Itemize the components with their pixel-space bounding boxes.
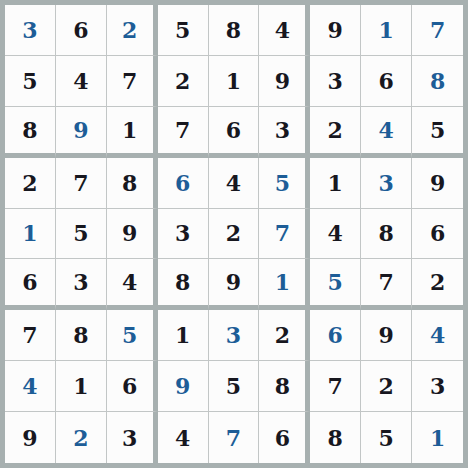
cell-r5c9[interactable]: 6	[412, 209, 463, 260]
cell-r1c9[interactable]: 7	[412, 5, 463, 56]
cell-r6c6[interactable]: 1	[259, 259, 310, 310]
cell-r3c9[interactable]: 5	[412, 107, 463, 158]
cell-r3c7[interactable]: 2	[310, 107, 361, 158]
cell-r8c3[interactable]: 6	[107, 361, 158, 412]
cell-r4c3[interactable]: 8	[107, 158, 158, 209]
sudoku-board: 3625849175472193688917632452786451391593…	[0, 0, 468, 468]
cell-r8c7[interactable]: 7	[310, 361, 361, 412]
cell-r4c7[interactable]: 1	[310, 158, 361, 209]
cell-r4c5[interactable]: 4	[209, 158, 260, 209]
cell-r3c4[interactable]: 7	[158, 107, 209, 158]
cell-r9c8[interactable]: 5	[361, 412, 412, 463]
cell-r5c4[interactable]: 3	[158, 209, 209, 260]
cell-r8c9[interactable]: 3	[412, 361, 463, 412]
cell-r6c4[interactable]: 8	[158, 259, 209, 310]
cell-r5c5[interactable]: 2	[209, 209, 260, 260]
cell-r2c8[interactable]: 6	[361, 56, 412, 107]
cell-r1c7[interactable]: 9	[310, 5, 361, 56]
cell-r9c9[interactable]: 1	[412, 412, 463, 463]
cell-r3c2[interactable]: 9	[56, 107, 107, 158]
cell-r6c8[interactable]: 7	[361, 259, 412, 310]
cell-r2c6[interactable]: 9	[259, 56, 310, 107]
cell-r1c6[interactable]: 4	[259, 5, 310, 56]
cell-r1c4[interactable]: 5	[158, 5, 209, 56]
cell-r6c5[interactable]: 9	[209, 259, 260, 310]
cell-r7c9[interactable]: 4	[412, 310, 463, 361]
cell-r1c5[interactable]: 8	[209, 5, 260, 56]
cell-r5c3[interactable]: 9	[107, 209, 158, 260]
cell-r6c7[interactable]: 5	[310, 259, 361, 310]
cell-r6c2[interactable]: 3	[56, 259, 107, 310]
cell-r6c3[interactable]: 4	[107, 259, 158, 310]
cell-r9c3[interactable]: 3	[107, 412, 158, 463]
cell-r1c2[interactable]: 6	[56, 5, 107, 56]
cell-r2c3[interactable]: 7	[107, 56, 158, 107]
cell-r2c7[interactable]: 3	[310, 56, 361, 107]
cell-r5c2[interactable]: 5	[56, 209, 107, 260]
cell-r9c7[interactable]: 8	[310, 412, 361, 463]
cell-r5c6[interactable]: 7	[259, 209, 310, 260]
cell-r4c1[interactable]: 2	[5, 158, 56, 209]
cell-r7c5[interactable]: 3	[209, 310, 260, 361]
cell-r3c3[interactable]: 1	[107, 107, 158, 158]
cell-r4c9[interactable]: 9	[412, 158, 463, 209]
cell-r2c9[interactable]: 8	[412, 56, 463, 107]
cell-r9c1[interactable]: 9	[5, 412, 56, 463]
cell-r8c1[interactable]: 4	[5, 361, 56, 412]
cell-r8c6[interactable]: 8	[259, 361, 310, 412]
cell-r4c6[interactable]: 5	[259, 158, 310, 209]
cell-r3c1[interactable]: 8	[5, 107, 56, 158]
cell-r7c3[interactable]: 5	[107, 310, 158, 361]
cell-r6c1[interactable]: 6	[5, 259, 56, 310]
cell-r5c8[interactable]: 8	[361, 209, 412, 260]
cell-r2c4[interactable]: 2	[158, 56, 209, 107]
cell-r7c6[interactable]: 2	[259, 310, 310, 361]
cell-r7c1[interactable]: 7	[5, 310, 56, 361]
cell-r7c2[interactable]: 8	[56, 310, 107, 361]
cell-r4c2[interactable]: 7	[56, 158, 107, 209]
cell-r9c4[interactable]: 4	[158, 412, 209, 463]
cell-r6c9[interactable]: 2	[412, 259, 463, 310]
cell-r3c6[interactable]: 3	[259, 107, 310, 158]
cell-r5c1[interactable]: 1	[5, 209, 56, 260]
cell-r9c6[interactable]: 6	[259, 412, 310, 463]
cell-r9c5[interactable]: 7	[209, 412, 260, 463]
cell-r8c5[interactable]: 5	[209, 361, 260, 412]
cell-r7c4[interactable]: 1	[158, 310, 209, 361]
cell-r3c8[interactable]: 4	[361, 107, 412, 158]
cell-r4c4[interactable]: 6	[158, 158, 209, 209]
cell-r5c7[interactable]: 4	[310, 209, 361, 260]
cell-r1c1[interactable]: 3	[5, 5, 56, 56]
cell-r8c8[interactable]: 2	[361, 361, 412, 412]
cell-r7c7[interactable]: 6	[310, 310, 361, 361]
cell-r9c2[interactable]: 2	[56, 412, 107, 463]
cell-r7c8[interactable]: 9	[361, 310, 412, 361]
cell-r8c4[interactable]: 9	[158, 361, 209, 412]
cell-r2c2[interactable]: 4	[56, 56, 107, 107]
cell-r2c1[interactable]: 5	[5, 56, 56, 107]
cell-r2c5[interactable]: 1	[209, 56, 260, 107]
cell-r1c8[interactable]: 1	[361, 5, 412, 56]
cell-r3c5[interactable]: 6	[209, 107, 260, 158]
cell-r1c3[interactable]: 2	[107, 5, 158, 56]
cell-r8c2[interactable]: 1	[56, 361, 107, 412]
cell-r4c8[interactable]: 3	[361, 158, 412, 209]
